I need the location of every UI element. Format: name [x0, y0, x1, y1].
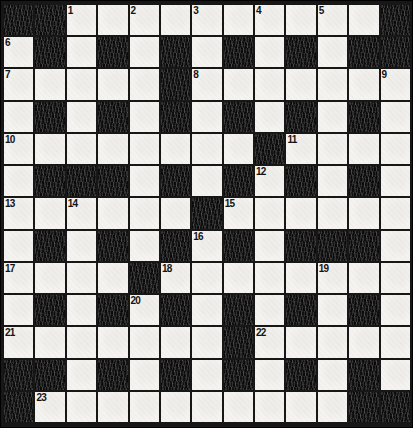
black-cell-r7c9: [286, 231, 315, 261]
black-cell-r1c1: [35, 37, 64, 67]
white-cell-r2c11[interactable]: [349, 69, 378, 99]
white-cell-r10c11[interactable]: [349, 327, 378, 357]
white-cell-r0c7[interactable]: [224, 5, 253, 35]
black-cell-r0c1: [35, 5, 64, 35]
black-cell-r3c1: [35, 102, 64, 132]
white-cell-r2c0[interactable]: 7: [4, 69, 33, 99]
clue-number-18: 18: [162, 263, 172, 274]
clue-number-12: 12: [256, 166, 266, 177]
white-cell-r6c10[interactable]: [318, 198, 347, 228]
white-cell-r2c3[interactable]: [98, 69, 127, 99]
white-cell-r7c4[interactable]: [130, 231, 159, 261]
white-cell-r9c12[interactable]: [381, 295, 410, 325]
white-cell-r10c6[interactable]: [192, 327, 221, 357]
white-cell-r1c10[interactable]: [318, 37, 347, 67]
white-cell-r12c6[interactable]: [192, 392, 221, 422]
white-cell-r3c8[interactable]: [255, 102, 284, 132]
white-cell-r2c8[interactable]: [255, 69, 284, 99]
white-cell-r4c9[interactable]: 11: [286, 134, 315, 164]
black-cell-r6c6: [192, 198, 221, 228]
clue-number-21: 21: [5, 327, 15, 338]
white-cell-r0c5[interactable]: [161, 5, 190, 35]
white-cell-r5c8[interactable]: 12: [255, 166, 284, 196]
white-cell-r3c4[interactable]: [130, 102, 159, 132]
white-cell-r5c10[interactable]: [318, 166, 347, 196]
white-cell-r6c9[interactable]: [286, 198, 315, 228]
clue-number-6: 6: [5, 37, 10, 48]
white-cell-r6c0[interactable]: 13: [4, 198, 33, 228]
black-cell-r1c11: [349, 37, 378, 67]
black-cell-r7c3: [98, 231, 127, 261]
white-cell-r11c4[interactable]: [130, 360, 159, 390]
white-cell-r4c5[interactable]: [161, 134, 190, 164]
white-cell-r0c8[interactable]: 4: [255, 5, 284, 35]
black-cell-r5c1: [35, 166, 64, 196]
white-cell-r8c12[interactable]: [381, 263, 410, 293]
white-cell-r2c1[interactable]: [35, 69, 64, 99]
white-cell-r8c1[interactable]: [35, 263, 64, 293]
white-cell-r2c9[interactable]: [286, 69, 315, 99]
white-cell-r11c10[interactable]: [318, 360, 347, 390]
white-cell-r9c4[interactable]: 20: [130, 295, 159, 325]
clue-number-9: 9: [382, 69, 387, 80]
white-cell-r7c2[interactable]: [67, 231, 96, 261]
white-cell-r4c4[interactable]: [130, 134, 159, 164]
white-cell-r0c10[interactable]: 5: [318, 5, 347, 35]
white-cell-r9c6[interactable]: [192, 295, 221, 325]
white-cell-r0c9[interactable]: [286, 5, 315, 35]
white-cell-r11c6[interactable]: [192, 360, 221, 390]
black-cell-r0c12: [381, 5, 410, 35]
black-cell-r7c5: [161, 231, 190, 261]
white-cell-r12c3[interactable]: [98, 392, 127, 422]
white-cell-r10c1[interactable]: [35, 327, 64, 357]
white-cell-r9c0[interactable]: [4, 295, 33, 325]
white-cell-r7c12[interactable]: [381, 231, 410, 261]
white-cell-r10c4[interactable]: [130, 327, 159, 357]
white-cell-r2c10[interactable]: [318, 69, 347, 99]
white-cell-r12c5[interactable]: [161, 392, 190, 422]
white-cell-r1c4[interactable]: [130, 37, 159, 67]
white-cell-r8c2[interactable]: [67, 263, 96, 293]
white-cell-r5c6[interactable]: [192, 166, 221, 196]
clue-number-1: 1: [68, 5, 73, 16]
white-cell-r6c1[interactable]: [35, 198, 64, 228]
black-cell-r5c9: [286, 166, 315, 196]
white-cell-r7c6[interactable]: 16: [192, 231, 221, 261]
black-cell-r10c7: [224, 327, 253, 357]
clue-number-4: 4: [256, 5, 261, 16]
black-cell-r9c3: [98, 295, 127, 325]
black-cell-r9c11: [349, 295, 378, 325]
white-cell-r8c11[interactable]: [349, 263, 378, 293]
white-cell-r10c3[interactable]: [98, 327, 127, 357]
white-cell-r8c6[interactable]: [192, 263, 221, 293]
white-cell-r12c2[interactable]: [67, 392, 96, 422]
white-cell-r12c9[interactable]: [286, 392, 315, 422]
white-cell-r0c2[interactable]: 1: [67, 5, 96, 35]
white-cell-r4c6[interactable]: [192, 134, 221, 164]
white-cell-r4c10[interactable]: [318, 134, 347, 164]
clue-number-14: 14: [68, 198, 78, 209]
crossword-grid: 1234567891011121314151617181920212223: [4, 5, 410, 422]
black-cell-r1c5: [161, 37, 190, 67]
white-cell-r0c3[interactable]: [98, 5, 127, 35]
white-cell-r2c12[interactable]: 9: [381, 69, 410, 99]
black-cell-r3c11: [349, 102, 378, 132]
black-cell-r3c3: [98, 102, 127, 132]
white-cell-r6c5[interactable]: [161, 198, 190, 228]
white-cell-r7c0[interactable]: [4, 231, 33, 261]
white-cell-r10c9[interactable]: [286, 327, 315, 357]
black-cell-r11c0: [4, 360, 33, 390]
white-cell-r6c2[interactable]: 14: [67, 198, 96, 228]
clue-number-8: 8: [193, 69, 198, 80]
white-cell-r6c3[interactable]: [98, 198, 127, 228]
white-cell-r8c8[interactable]: [255, 263, 284, 293]
white-cell-r11c8[interactable]: [255, 360, 284, 390]
black-cell-r11c7: [224, 360, 253, 390]
black-cell-r12c11: [349, 392, 378, 422]
white-cell-r3c2[interactable]: [67, 102, 96, 132]
white-cell-r6c7[interactable]: 15: [224, 198, 253, 228]
black-cell-r11c3: [98, 360, 127, 390]
white-cell-r8c7[interactable]: [224, 263, 253, 293]
black-cell-r9c5: [161, 295, 190, 325]
clue-number-20: 20: [131, 295, 141, 306]
white-cell-r5c12[interactable]: [381, 166, 410, 196]
white-cell-r2c2[interactable]: [67, 69, 96, 99]
white-cell-r4c12[interactable]: [381, 134, 410, 164]
black-cell-r5c7: [224, 166, 253, 196]
black-cell-r7c10: [318, 231, 347, 261]
white-cell-r12c4[interactable]: [130, 392, 159, 422]
white-cell-r12c10[interactable]: [318, 392, 347, 422]
white-cell-r9c2[interactable]: [67, 295, 96, 325]
black-cell-r3c7: [224, 102, 253, 132]
black-cell-r1c9: [286, 37, 315, 67]
white-cell-r12c1[interactable]: 23: [35, 392, 64, 422]
clue-number-10: 10: [5, 134, 15, 145]
white-cell-r8c9[interactable]: [286, 263, 315, 293]
black-cell-r1c3: [98, 37, 127, 67]
white-cell-r12c8[interactable]: [255, 392, 284, 422]
black-cell-r7c11: [349, 231, 378, 261]
black-cell-r5c2: [67, 166, 96, 196]
black-cell-r7c1: [35, 231, 64, 261]
white-cell-r2c6[interactable]: 8: [192, 69, 221, 99]
clue-number-3: 3: [193, 5, 198, 16]
clue-number-5: 5: [319, 5, 324, 16]
white-cell-r4c3[interactable]: [98, 134, 127, 164]
white-cell-r6c8[interactable]: [255, 198, 284, 228]
clue-number-11: 11: [287, 134, 296, 145]
white-cell-r10c2[interactable]: [67, 327, 96, 357]
white-cell-r0c6[interactable]: 3: [192, 5, 221, 35]
white-cell-r10c8[interactable]: 22: [255, 327, 284, 357]
white-cell-r3c6[interactable]: [192, 102, 221, 132]
black-cell-r5c11: [349, 166, 378, 196]
white-cell-r8c10[interactable]: 19: [318, 263, 347, 293]
white-cell-r5c0[interactable]: [4, 166, 33, 196]
white-cell-r6c4[interactable]: [130, 198, 159, 228]
black-cell-r8c4: [130, 263, 159, 293]
white-cell-r1c6[interactable]: [192, 37, 221, 67]
black-cell-r1c7: [224, 37, 253, 67]
black-cell-r11c5: [161, 360, 190, 390]
white-cell-r1c0[interactable]: 6: [4, 37, 33, 67]
white-cell-r9c10[interactable]: [318, 295, 347, 325]
clue-number-15: 15: [225, 198, 235, 209]
white-cell-r6c11[interactable]: [349, 198, 378, 228]
black-cell-r1c12: [381, 37, 410, 67]
white-cell-r3c12[interactable]: [381, 102, 410, 132]
black-cell-r11c1: [35, 360, 64, 390]
black-cell-r11c11: [349, 360, 378, 390]
clue-number-2: 2: [131, 5, 136, 16]
white-cell-r8c3[interactable]: [98, 263, 127, 293]
white-cell-r10c5[interactable]: [161, 327, 190, 357]
clue-number-17: 17: [5, 263, 15, 274]
white-cell-r6c12[interactable]: [381, 198, 410, 228]
white-cell-r12c7[interactable]: [224, 392, 253, 422]
black-cell-r11c9: [286, 360, 315, 390]
white-cell-r10c10[interactable]: [318, 327, 347, 357]
white-cell-r4c11[interactable]: [349, 134, 378, 164]
crossword-board: 1234567891011121314151617181920212223: [0, 0, 413, 428]
black-cell-r12c12: [381, 392, 410, 422]
clue-number-16: 16: [193, 231, 203, 242]
white-cell-r7c8[interactable]: [255, 231, 284, 261]
white-cell-r3c10[interactable]: [318, 102, 347, 132]
white-cell-r4c0[interactable]: 10: [4, 134, 33, 164]
white-cell-r2c4[interactable]: [130, 69, 159, 99]
white-cell-r9c8[interactable]: [255, 295, 284, 325]
black-cell-r9c7: [224, 295, 253, 325]
black-cell-r3c5: [161, 102, 190, 132]
black-cell-r7c7: [224, 231, 253, 261]
black-cell-r2c5: [161, 69, 190, 99]
white-cell-r1c2[interactable]: [67, 37, 96, 67]
white-cell-r11c12[interactable]: [381, 360, 410, 390]
black-cell-r5c3: [98, 166, 127, 196]
white-cell-r4c2[interactable]: [67, 134, 96, 164]
white-cell-r0c11[interactable]: [349, 5, 378, 35]
black-cell-r9c1: [35, 295, 64, 325]
clue-number-13: 13: [5, 198, 15, 209]
clue-number-23: 23: [36, 392, 46, 403]
black-cell-r12c0: [4, 392, 33, 422]
white-cell-r4c1[interactable]: [35, 134, 64, 164]
white-cell-r5c4[interactable]: [130, 166, 159, 196]
black-cell-r9c9: [286, 295, 315, 325]
white-cell-r8c0[interactable]: 17: [4, 263, 33, 293]
clue-number-22: 22: [256, 327, 266, 338]
white-cell-r1c8[interactable]: [255, 37, 284, 67]
white-cell-r11c2[interactable]: [67, 360, 96, 390]
white-cell-r3c0[interactable]: [4, 102, 33, 132]
black-cell-r0c0: [4, 5, 33, 35]
white-cell-r2c7[interactable]: [224, 69, 253, 99]
white-cell-r8c5[interactable]: 18: [161, 263, 190, 293]
white-cell-r4c7[interactable]: [224, 134, 253, 164]
clue-number-19: 19: [319, 263, 329, 274]
white-cell-r0c4[interactable]: 2: [130, 5, 159, 35]
white-cell-r10c0[interactable]: 21: [4, 327, 33, 357]
black-cell-r4c8: [255, 134, 284, 164]
black-cell-r5c5: [161, 166, 190, 196]
white-cell-r10c12[interactable]: [381, 327, 410, 357]
black-cell-r3c9: [286, 102, 315, 132]
clue-number-7: 7: [5, 69, 10, 80]
